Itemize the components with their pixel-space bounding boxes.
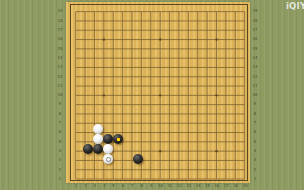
col-label-bottom: 9 xyxy=(147,184,155,188)
row-label-right: 18 xyxy=(251,19,259,23)
row-label-right: 16 xyxy=(251,37,259,41)
row-label-right: 10 xyxy=(251,93,259,97)
row-label-left: 19 xyxy=(56,9,64,13)
col-label-bottom: 2 xyxy=(81,184,89,188)
row-label-right: 19 xyxy=(251,9,259,13)
stone-black-E5 xyxy=(113,134,123,144)
row-label-left: 18 xyxy=(56,19,64,23)
video-frame: iQIYI 1919181817171616151514141313121211… xyxy=(0,0,304,190)
col-label-bottom: 4 xyxy=(100,184,108,188)
col-label-bottom: 16 xyxy=(213,184,221,188)
col-label-bottom: 6 xyxy=(119,184,127,188)
col-label-bottom: 17 xyxy=(222,184,230,188)
row-label-left: 8 xyxy=(56,112,64,116)
row-label-right: 3 xyxy=(251,158,259,162)
col-label-bottom: 11 xyxy=(166,184,174,188)
row-label-left: 16 xyxy=(56,37,64,41)
row-label-left: 1 xyxy=(56,177,64,181)
col-label-bottom: 3 xyxy=(91,184,99,188)
row-label-right: 14 xyxy=(251,56,259,60)
row-label-left: 14 xyxy=(56,56,64,60)
circle-marker xyxy=(106,157,111,162)
col-label-bottom: 18 xyxy=(232,184,240,188)
row-label-right: 5 xyxy=(251,140,259,144)
row-label-left: 15 xyxy=(56,47,64,51)
stone-white-D3 xyxy=(103,154,113,164)
stone-black-B4 xyxy=(83,144,93,154)
col-label-bottom: 7 xyxy=(128,184,136,188)
stone-white-C6 xyxy=(93,124,103,134)
board-grid xyxy=(71,7,249,184)
row-label-right: 1 xyxy=(251,177,259,181)
row-label-left: 12 xyxy=(56,75,64,79)
row-label-right: 15 xyxy=(251,47,259,51)
row-label-left: 13 xyxy=(56,65,64,69)
board-area xyxy=(71,7,249,184)
col-label-bottom: 13 xyxy=(185,184,193,188)
row-label-right: 4 xyxy=(251,149,259,153)
row-label-right: 2 xyxy=(251,168,259,172)
last-move-marker xyxy=(117,138,121,142)
row-label-right: 11 xyxy=(251,84,259,88)
row-label-left: 6 xyxy=(56,130,64,134)
col-label-bottom: 1 xyxy=(72,184,80,188)
row-label-right: 6 xyxy=(251,130,259,134)
stone-black-G3 xyxy=(133,154,143,164)
row-label-right: 13 xyxy=(251,65,259,69)
stone-black-D5 xyxy=(103,134,113,144)
row-label-right: 7 xyxy=(251,121,259,125)
row-label-left: 9 xyxy=(56,102,64,106)
row-label-left: 3 xyxy=(56,158,64,162)
col-label-bottom: 8 xyxy=(138,184,146,188)
go-board xyxy=(66,2,250,183)
iqiyi-watermark: iQIYI xyxy=(286,1,304,11)
row-label-left: 4 xyxy=(56,149,64,153)
row-label-left: 10 xyxy=(56,93,64,97)
col-label-bottom: 12 xyxy=(175,184,183,188)
row-label-left: 7 xyxy=(56,121,64,125)
row-label-right: 8 xyxy=(251,112,259,116)
row-label-right: 17 xyxy=(251,28,259,32)
row-label-left: 5 xyxy=(56,140,64,144)
col-label-bottom: 10 xyxy=(157,184,165,188)
col-label-bottom: 14 xyxy=(194,184,202,188)
col-label-bottom: 15 xyxy=(203,184,211,188)
row-label-left: 11 xyxy=(56,84,64,88)
row-label-left: 2 xyxy=(56,168,64,172)
stone-white-D4 xyxy=(103,144,113,154)
row-label-left: 17 xyxy=(56,28,64,32)
stone-white-C5 xyxy=(93,134,103,144)
row-label-right: 9 xyxy=(251,102,259,106)
col-label-bottom: 5 xyxy=(110,184,118,188)
row-label-right: 12 xyxy=(251,75,259,79)
col-label-bottom: 19 xyxy=(241,184,249,188)
stone-black-C4 xyxy=(93,144,103,154)
